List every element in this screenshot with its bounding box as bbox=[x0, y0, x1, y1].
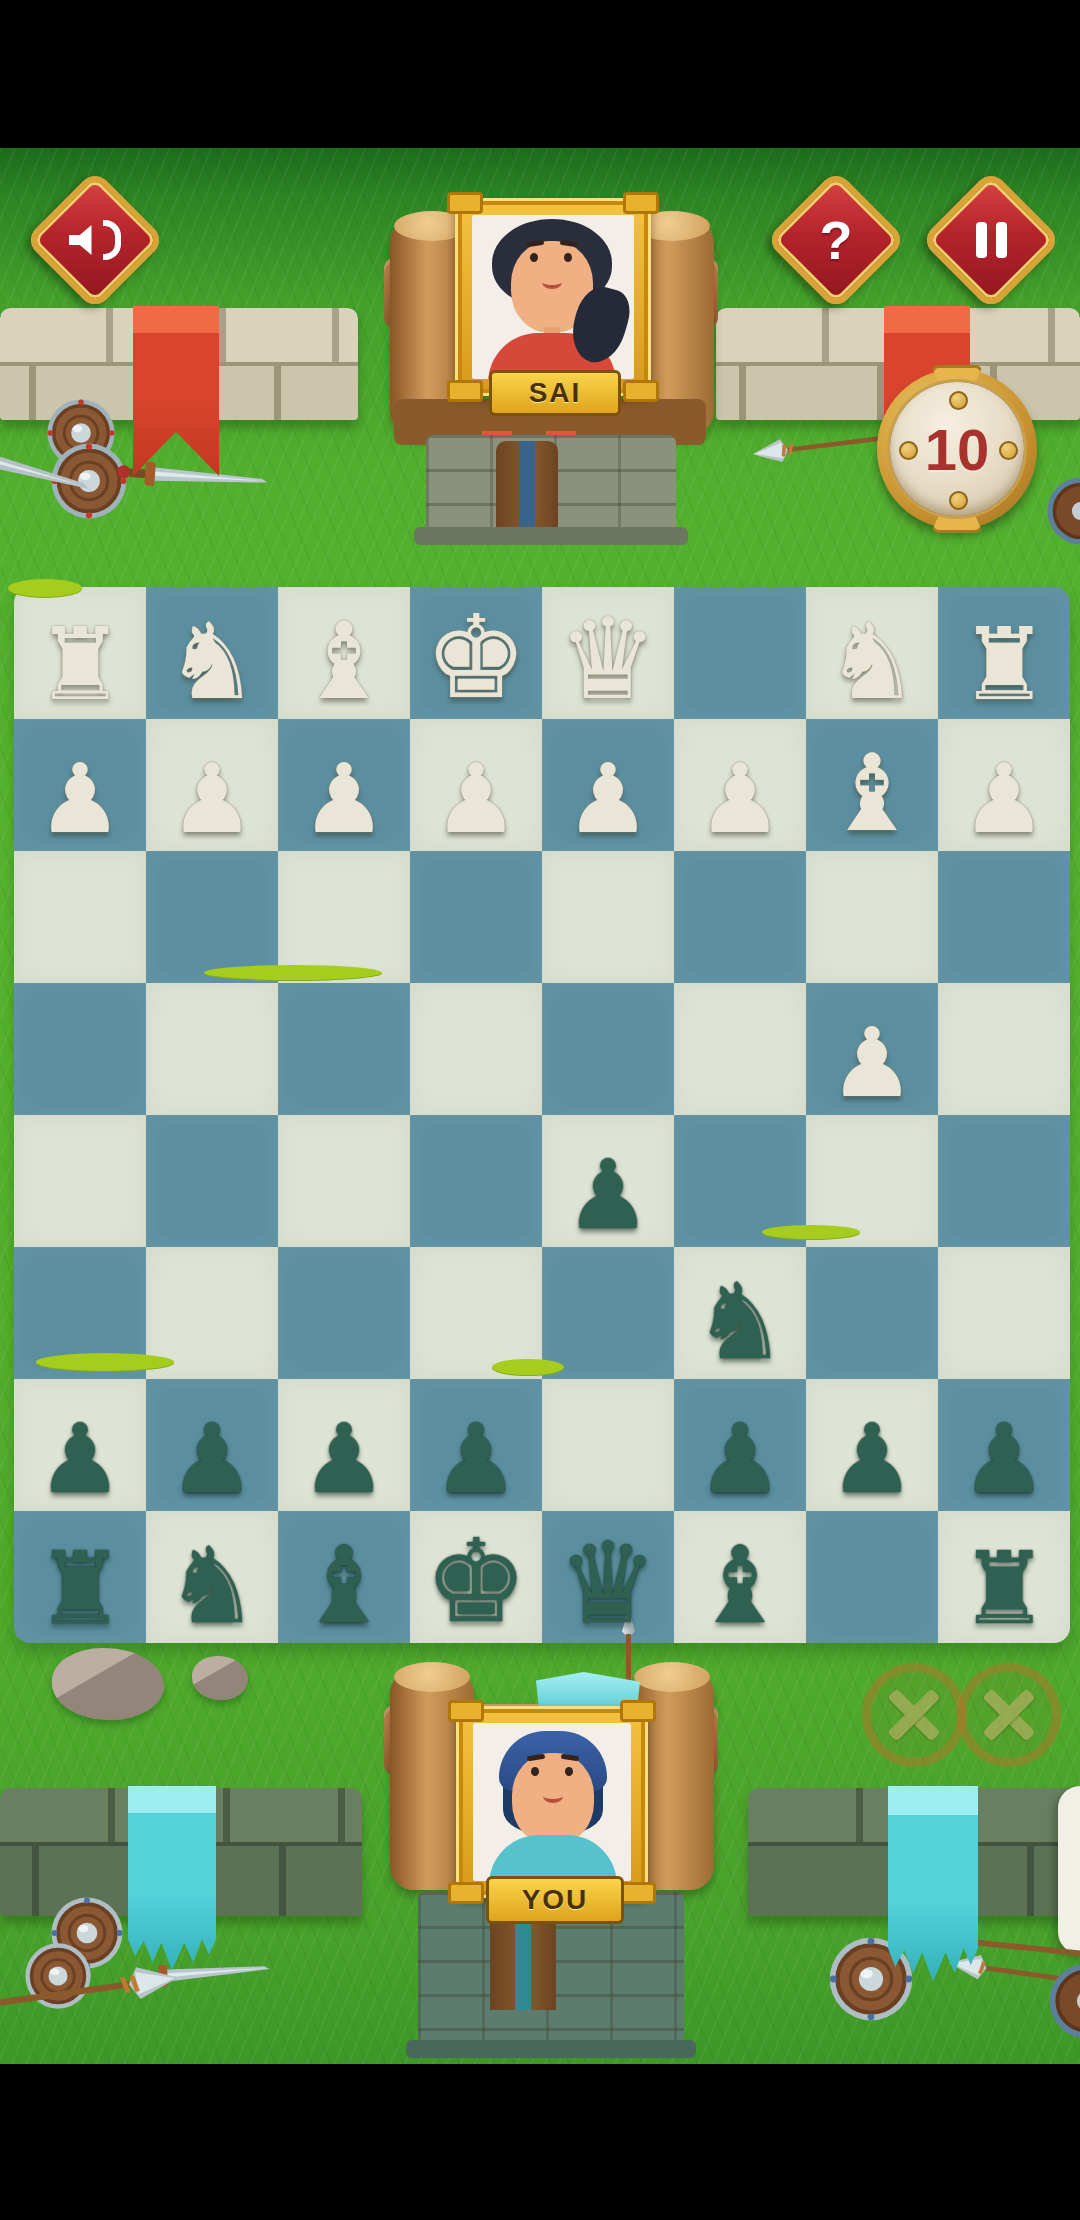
piece-cell[interactable]: ♟ bbox=[14, 719, 146, 851]
grass-tuft bbox=[36, 1353, 174, 1371]
piece-black-rook[interactable]: ♜ bbox=[959, 1539, 1049, 1639]
grass-tuft bbox=[762, 1225, 860, 1239]
piece-black-rook[interactable]: ♜ bbox=[35, 1539, 125, 1639]
piece-white-rook[interactable]: ♜ bbox=[35, 615, 125, 715]
shield-icon bbox=[1048, 1962, 1080, 2040]
player-nameplate: YOU bbox=[486, 1876, 624, 1924]
cross-badge-icon bbox=[862, 1663, 966, 1767]
piece-black-pawn[interactable]: ♟ bbox=[829, 1411, 915, 1507]
piece-white-bishop[interactable]: ♝ bbox=[296, 609, 391, 715]
square-r3c6[interactable] bbox=[674, 851, 806, 983]
player-portrait-frame bbox=[456, 1706, 648, 1898]
piece-cell[interactable]: ♟ bbox=[146, 1379, 278, 1511]
square-r8c7[interactable] bbox=[806, 1511, 938, 1643]
opponent-portrait-frame bbox=[455, 198, 651, 396]
piece-cell[interactable]: ♟ bbox=[542, 1115, 674, 1247]
square-r4c6[interactable] bbox=[674, 983, 806, 1115]
square-r4c5[interactable] bbox=[542, 983, 674, 1115]
piece-cell[interactable]: ♞ bbox=[806, 587, 938, 719]
piece-cell[interactable]: ♝ bbox=[674, 1511, 806, 1643]
piece-black-pawn[interactable]: ♟ bbox=[37, 1411, 123, 1507]
square-r6c7[interactable] bbox=[806, 1247, 938, 1379]
piece-black-knight[interactable]: ♞ bbox=[693, 1270, 787, 1375]
piece-white-knight[interactable]: ♞ bbox=[825, 610, 919, 715]
piece-white-pawn[interactable]: ♟ bbox=[169, 751, 255, 847]
square-r5c8[interactable] bbox=[938, 1115, 1070, 1247]
piece-cell[interactable]: ♟ bbox=[938, 719, 1070, 851]
piece-cell[interactable]: ♞ bbox=[674, 1247, 806, 1379]
cross-badge-icon bbox=[957, 1663, 1061, 1767]
square-r5c2[interactable] bbox=[146, 1115, 278, 1247]
square-r3c3[interactable] bbox=[278, 851, 410, 983]
timer-value: 10 bbox=[925, 416, 990, 483]
square-r6c5[interactable] bbox=[542, 1247, 674, 1379]
piece-cell[interactable]: ♜ bbox=[14, 587, 146, 719]
square-r3c7[interactable] bbox=[806, 851, 938, 983]
opponent-avatar bbox=[472, 215, 634, 379]
piece-black-pawn[interactable]: ♟ bbox=[565, 1147, 651, 1243]
piece-cell[interactable]: ♟ bbox=[14, 1379, 146, 1511]
grass-tuft bbox=[492, 1359, 564, 1375]
square-r5c1[interactable] bbox=[14, 1115, 146, 1247]
piece-cell[interactable]: ♜ bbox=[14, 1511, 146, 1643]
pause-button[interactable] bbox=[932, 181, 1050, 299]
sound-icon bbox=[69, 220, 121, 260]
rock bbox=[52, 1648, 164, 1720]
piece-cell[interactable]: ♟ bbox=[674, 1379, 806, 1511]
piece-white-knight[interactable]: ♞ bbox=[165, 610, 259, 715]
piece-cell[interactable]: ♚ bbox=[410, 587, 542, 719]
piece-black-king[interactable]: ♚ bbox=[424, 1524, 527, 1639]
status-bar-bottom bbox=[0, 2064, 1080, 2220]
help-button[interactable]: ? bbox=[777, 181, 895, 299]
piece-cell[interactable]: ♟ bbox=[806, 983, 938, 1115]
square-r1c6[interactable] bbox=[674, 587, 806, 719]
square-r4c3[interactable] bbox=[278, 983, 410, 1115]
piece-cell[interactable]: ♟ bbox=[410, 1379, 542, 1511]
piece-cell[interactable]: ♟ bbox=[278, 719, 410, 851]
piece-white-pawn[interactable]: ♟ bbox=[301, 751, 387, 847]
piece-black-pawn[interactable]: ♟ bbox=[301, 1411, 387, 1507]
square-r6c8[interactable] bbox=[938, 1247, 1070, 1379]
square-r7c5[interactable] bbox=[542, 1379, 674, 1511]
square-r4c1[interactable] bbox=[14, 983, 146, 1115]
piece-white-pawn[interactable]: ♟ bbox=[961, 751, 1047, 847]
game-screen: ? SAI bbox=[0, 0, 1080, 2220]
gate-door bbox=[496, 441, 558, 533]
piece-white-pawn[interactable]: ♟ bbox=[829, 1015, 915, 1111]
piece-cell[interactable]: ♛ bbox=[542, 1511, 674, 1643]
piece-black-pawn[interactable]: ♟ bbox=[169, 1411, 255, 1507]
square-r3c2[interactable] bbox=[146, 851, 278, 983]
status-bar-top bbox=[0, 0, 1080, 148]
player-avatar bbox=[473, 1723, 631, 1881]
piece-cell[interactable]: ♛ bbox=[542, 587, 674, 719]
square-r3c5[interactable] bbox=[542, 851, 674, 983]
piece-white-rook[interactable]: ♜ bbox=[959, 615, 1049, 715]
turn-timer: 10 bbox=[877, 369, 1037, 529]
piece-cell[interactable]: ♟ bbox=[806, 1379, 938, 1511]
help-icon: ? bbox=[820, 209, 853, 271]
chessboard[interactable]: ♜♞♝♚♛♞♜♟♟♟♟♟♟♝♟♟♟♞♟♟♟♟♟♟♟♜♞♝♚♛♝♜ bbox=[14, 587, 1070, 1643]
pause-icon bbox=[976, 222, 1007, 258]
piece-white-pawn[interactable]: ♟ bbox=[565, 751, 651, 847]
piece-cell[interactable]: ♞ bbox=[146, 1511, 278, 1643]
piece-cell[interactable]: ♟ bbox=[542, 719, 674, 851]
grass-tuft bbox=[204, 965, 382, 980]
piece-white-pawn[interactable]: ♟ bbox=[433, 751, 519, 847]
opponent-name: SAI bbox=[529, 377, 582, 409]
piece-cell[interactable]: ♟ bbox=[938, 1379, 1070, 1511]
piece-white-king[interactable]: ♚ bbox=[424, 600, 527, 715]
square-r6c3[interactable] bbox=[278, 1247, 410, 1379]
player-name: YOU bbox=[522, 1884, 589, 1916]
piece-cell[interactable]: ♞ bbox=[146, 587, 278, 719]
piece-black-knight[interactable]: ♞ bbox=[165, 1534, 259, 1639]
square-r4c4[interactable] bbox=[410, 983, 542, 1115]
piece-white-pawn[interactable]: ♟ bbox=[697, 751, 783, 847]
piece-cell[interactable]: ♜ bbox=[938, 587, 1070, 719]
square-r3c1[interactable] bbox=[14, 851, 146, 983]
piece-black-pawn[interactable]: ♟ bbox=[433, 1411, 519, 1507]
piece-black-pawn[interactable]: ♟ bbox=[697, 1411, 783, 1507]
piece-cell[interactable]: ♚ bbox=[410, 1511, 542, 1643]
piece-cell[interactable]: ♟ bbox=[146, 719, 278, 851]
piece-cell[interactable]: ♟ bbox=[674, 719, 806, 851]
square-r5c3[interactable] bbox=[278, 1115, 410, 1247]
piece-black-bishop[interactable]: ♝ bbox=[692, 1533, 787, 1639]
square-r3c4[interactable] bbox=[410, 851, 542, 983]
piece-cell[interactable]: ♝ bbox=[278, 1511, 410, 1643]
piece-cell[interactable]: ♜ bbox=[938, 1511, 1070, 1643]
opponent-nameplate: SAI bbox=[489, 370, 621, 416]
piece-cell[interactable]: ♟ bbox=[278, 1379, 410, 1511]
piece-cell[interactable]: ♝ bbox=[278, 587, 410, 719]
sound-button[interactable] bbox=[36, 181, 154, 299]
square-r5c4[interactable] bbox=[410, 1115, 542, 1247]
piece-cell[interactable]: ♝ bbox=[806, 719, 938, 851]
shield-icon bbox=[1046, 476, 1080, 546]
piece-white-queen[interactable]: ♛ bbox=[558, 603, 658, 715]
rock bbox=[192, 1656, 248, 1700]
square-r4c2[interactable] bbox=[146, 983, 278, 1115]
piece-white-bishop[interactable]: ♝ bbox=[824, 741, 919, 847]
piece-white-pawn[interactable]: ♟ bbox=[37, 751, 123, 847]
square-r3c8[interactable] bbox=[938, 851, 1070, 983]
piece-black-queen[interactable]: ♛ bbox=[558, 1527, 658, 1639]
piece-black-bishop[interactable]: ♝ bbox=[296, 1533, 391, 1639]
piece-black-pawn[interactable]: ♟ bbox=[961, 1411, 1047, 1507]
square-r4c8[interactable] bbox=[938, 983, 1070, 1115]
piece-cell[interactable]: ♟ bbox=[410, 719, 542, 851]
